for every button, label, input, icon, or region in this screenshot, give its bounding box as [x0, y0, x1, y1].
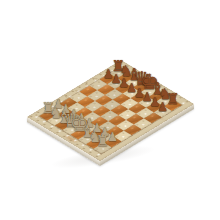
chess-set-photo: ♜♞♝♛♚♝♞♜♟♟♟♟♟♟♟♟♟♟♟♟♟♟♟♟♜♞♝♛♚♝♞♜: [0, 0, 220, 220]
